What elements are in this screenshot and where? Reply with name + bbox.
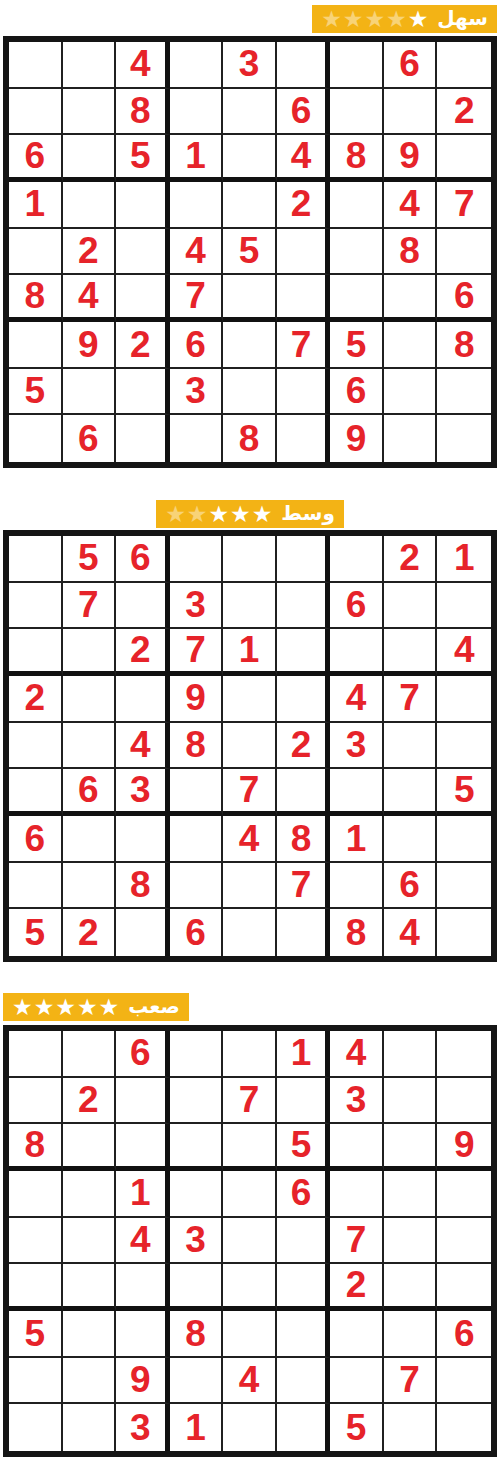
sudoku-cell[interactable] bbox=[63, 369, 117, 416]
sudoku-cell[interactable] bbox=[9, 1264, 63, 1311]
sudoku-cell[interactable] bbox=[437, 1031, 491, 1078]
sudoku-cell: 9 bbox=[116, 1358, 170, 1405]
sudoku-board-easy: 436862651489124724588476926758536689 bbox=[3, 36, 497, 468]
puzzle-hard-section: ★★★★★ صعب 614273859164372586947315 bbox=[0, 993, 500, 1457]
sudoku-cell[interactable] bbox=[63, 863, 117, 910]
sudoku-cell[interactable] bbox=[63, 816, 117, 863]
sudoku-cell: 4 bbox=[277, 135, 331, 182]
sudoku-cell[interactable] bbox=[223, 863, 277, 910]
sudoku-cell[interactable] bbox=[116, 229, 170, 276]
sudoku-cell: 3 bbox=[330, 1078, 384, 1125]
sudoku-cell: 1 bbox=[116, 1171, 170, 1218]
sudoku-cell[interactable] bbox=[170, 1078, 224, 1125]
star-empty-icon: ★ bbox=[343, 8, 364, 31]
sudoku-cell[interactable] bbox=[9, 1171, 63, 1218]
sudoku-cell[interactable] bbox=[384, 723, 438, 770]
sudoku-cell[interactable] bbox=[384, 1171, 438, 1218]
sudoku-cell: 7 bbox=[170, 629, 224, 676]
sudoku-cell[interactable] bbox=[437, 863, 491, 910]
sudoku-cell[interactable] bbox=[63, 42, 117, 89]
sudoku-cell: 8 bbox=[330, 909, 384, 956]
sudoku-cell: 2 bbox=[63, 1078, 117, 1125]
sudoku-cell[interactable] bbox=[437, 816, 491, 863]
star-empty-icon: ★ bbox=[165, 503, 186, 526]
sudoku-cell[interactable] bbox=[63, 1404, 117, 1451]
sudoku-cell[interactable] bbox=[330, 769, 384, 816]
sudoku-cell: 2 bbox=[63, 229, 117, 276]
sudoku-cell[interactable] bbox=[116, 275, 170, 322]
sudoku-cell[interactable] bbox=[330, 275, 384, 322]
sudoku-cell[interactable] bbox=[63, 1264, 117, 1311]
sudoku-cell: 1 bbox=[170, 135, 224, 182]
sudoku-cell[interactable] bbox=[223, 322, 277, 369]
sudoku-cell: 2 bbox=[277, 723, 331, 770]
sudoku-cell: 8 bbox=[277, 816, 331, 863]
sudoku-cell[interactable] bbox=[223, 909, 277, 956]
sudoku-cell[interactable] bbox=[223, 723, 277, 770]
difficulty-label-hard: صعب bbox=[128, 996, 180, 1016]
sudoku-cell: 4 bbox=[437, 629, 491, 676]
star-filled-icon: ★ bbox=[408, 8, 429, 31]
sudoku-cell[interactable] bbox=[116, 816, 170, 863]
sudoku-cell[interactable] bbox=[170, 1358, 224, 1405]
banner-row-easy: ★★★★★ سهل bbox=[0, 5, 500, 33]
sudoku-cell: 1 bbox=[277, 1031, 331, 1078]
sudoku-cell: 8 bbox=[223, 415, 277, 462]
sudoku-cell: 3 bbox=[223, 42, 277, 89]
sudoku-cell: 7 bbox=[63, 583, 117, 630]
difficulty-label-medium: وسط bbox=[281, 503, 335, 523]
sudoku-cell[interactable] bbox=[437, 676, 491, 723]
sudoku-cell[interactable] bbox=[9, 89, 63, 136]
sudoku-cell: 2 bbox=[384, 536, 438, 583]
sudoku-cell: 3 bbox=[170, 1218, 224, 1265]
sudoku-cell: 2 bbox=[437, 89, 491, 136]
star-empty-icon: ★ bbox=[321, 8, 342, 31]
sudoku-cell[interactable] bbox=[384, 1404, 438, 1451]
sudoku-cell: 6 bbox=[9, 816, 63, 863]
sudoku-cell[interactable] bbox=[384, 1124, 438, 1171]
sudoku-cell: 9 bbox=[170, 676, 224, 723]
sudoku-cell: 4 bbox=[116, 1218, 170, 1265]
sudoku-cell[interactable] bbox=[116, 1078, 170, 1125]
sudoku-cell: 3 bbox=[116, 769, 170, 816]
sudoku-cell[interactable] bbox=[330, 629, 384, 676]
sudoku-cell: 4 bbox=[170, 229, 224, 276]
sudoku-cell: 6 bbox=[63, 415, 117, 462]
sudoku-cell[interactable] bbox=[277, 1404, 331, 1451]
puzzle-medium-section: ★★★★★ وسط 562173627142947482363756481876… bbox=[0, 500, 500, 962]
sudoku-cell[interactable] bbox=[384, 816, 438, 863]
sudoku-cell: 4 bbox=[384, 182, 438, 229]
sudoku-cell[interactable] bbox=[437, 369, 491, 416]
sudoku-cell[interactable] bbox=[223, 369, 277, 416]
sudoku-cell: 3 bbox=[170, 583, 224, 630]
sudoku-cell[interactable] bbox=[170, 1171, 224, 1218]
sudoku-cell: 6 bbox=[116, 1031, 170, 1078]
sudoku-cell[interactable] bbox=[63, 1218, 117, 1265]
sudoku-cell: 8 bbox=[384, 229, 438, 276]
sudoku-cell: 8 bbox=[116, 863, 170, 910]
sudoku-cell[interactable] bbox=[330, 1358, 384, 1405]
sudoku-cell[interactable] bbox=[170, 182, 224, 229]
sudoku-cell[interactable] bbox=[9, 863, 63, 910]
sudoku-cell[interactable] bbox=[170, 1264, 224, 1311]
sudoku-cell[interactable] bbox=[384, 1218, 438, 1265]
sudoku-cell[interactable] bbox=[9, 1078, 63, 1125]
sudoku-cell[interactable] bbox=[9, 769, 63, 816]
sudoku-cell: 8 bbox=[116, 89, 170, 136]
sudoku-cell[interactable] bbox=[223, 1264, 277, 1311]
sudoku-cell[interactable] bbox=[63, 182, 117, 229]
star-filled-icon: ★ bbox=[252, 503, 273, 526]
sudoku-cell[interactable] bbox=[437, 1171, 491, 1218]
sudoku-cell: 5 bbox=[223, 229, 277, 276]
sudoku-cell: 6 bbox=[437, 1311, 491, 1358]
sudoku-cell: 4 bbox=[63, 275, 117, 322]
sudoku-cell[interactable] bbox=[223, 1124, 277, 1171]
sudoku-cell[interactable] bbox=[330, 863, 384, 910]
sudoku-cell: 6 bbox=[330, 583, 384, 630]
star-filled-icon: ★ bbox=[34, 996, 55, 1019]
sudoku-cell[interactable] bbox=[223, 536, 277, 583]
sudoku-cell[interactable] bbox=[170, 816, 224, 863]
sudoku-cell[interactable] bbox=[277, 629, 331, 676]
sudoku-cell: 7 bbox=[437, 182, 491, 229]
sudoku-cell[interactable] bbox=[116, 583, 170, 630]
banner-row-medium: ★★★★★ وسط bbox=[0, 500, 500, 528]
sudoku-cell[interactable] bbox=[170, 1031, 224, 1078]
sudoku-cell[interactable] bbox=[9, 1031, 63, 1078]
sudoku-cell[interactable] bbox=[437, 723, 491, 770]
sudoku-cell[interactable] bbox=[437, 1404, 491, 1451]
sudoku-cell: 5 bbox=[63, 536, 117, 583]
difficulty-banner-easy: ★★★★★ سهل bbox=[312, 5, 497, 33]
sudoku-cell[interactable] bbox=[277, 369, 331, 416]
sudoku-cell[interactable] bbox=[116, 1264, 170, 1311]
sudoku-cell[interactable] bbox=[170, 1124, 224, 1171]
sudoku-cell[interactable] bbox=[384, 89, 438, 136]
sudoku-cell[interactable] bbox=[330, 42, 384, 89]
sudoku-cell[interactable] bbox=[384, 275, 438, 322]
star-empty-icon: ★ bbox=[364, 8, 385, 31]
sudoku-cell: 6 bbox=[170, 322, 224, 369]
sudoku-cell[interactable] bbox=[277, 1311, 331, 1358]
sudoku-cell[interactable] bbox=[384, 369, 438, 416]
sudoku-cell: 8 bbox=[9, 275, 63, 322]
sudoku-cell[interactable] bbox=[116, 1311, 170, 1358]
sudoku-cell[interactable] bbox=[223, 1404, 277, 1451]
sudoku-cell[interactable] bbox=[9, 1404, 63, 1451]
sudoku-cell[interactable] bbox=[384, 629, 438, 676]
sudoku-cell[interactable] bbox=[437, 1218, 491, 1265]
sudoku-cell[interactable] bbox=[437, 135, 491, 182]
sudoku-cell: 7 bbox=[330, 1218, 384, 1265]
star-filled-icon: ★ bbox=[12, 996, 33, 1019]
sudoku-cell: 8 bbox=[170, 1311, 224, 1358]
puzzle-easy-section: ★★★★★ سهل 436862651489124724588476926758… bbox=[0, 5, 500, 468]
sudoku-cell: 2 bbox=[116, 629, 170, 676]
sudoku-cell[interactable] bbox=[63, 1311, 117, 1358]
sudoku-cell[interactable] bbox=[9, 629, 63, 676]
sudoku-board-hard: 614273859164372586947315 bbox=[3, 1025, 497, 1457]
sudoku-cell: 2 bbox=[330, 1264, 384, 1311]
sudoku-cell[interactable] bbox=[277, 676, 331, 723]
sudoku-cell[interactable] bbox=[223, 1218, 277, 1265]
sudoku-cell: 8 bbox=[437, 322, 491, 369]
star-filled-icon: ★ bbox=[77, 996, 98, 1019]
difficulty-label-easy: سهل bbox=[437, 8, 488, 28]
sudoku-cell: 1 bbox=[330, 816, 384, 863]
sudoku-cell[interactable] bbox=[223, 135, 277, 182]
sudoku-cell[interactable] bbox=[170, 42, 224, 89]
sudoku-cell[interactable] bbox=[330, 1171, 384, 1218]
sudoku-cell: 5 bbox=[9, 909, 63, 956]
sudoku-cell: 6 bbox=[277, 1171, 331, 1218]
sudoku-cell: 9 bbox=[330, 415, 384, 462]
sudoku-cell[interactable] bbox=[277, 229, 331, 276]
sudoku-cell: 7 bbox=[277, 322, 331, 369]
sudoku-cell: 6 bbox=[170, 909, 224, 956]
sudoku-cell[interactable] bbox=[9, 322, 63, 369]
sudoku-cell[interactable] bbox=[437, 229, 491, 276]
sudoku-cell: 4 bbox=[223, 1358, 277, 1405]
sudoku-cell[interactable] bbox=[223, 1311, 277, 1358]
sudoku-cell[interactable] bbox=[277, 415, 331, 462]
sudoku-cell[interactable] bbox=[170, 536, 224, 583]
sudoku-cell: 3 bbox=[170, 369, 224, 416]
sudoku-cell[interactable] bbox=[223, 275, 277, 322]
sudoku-cell[interactable] bbox=[63, 1171, 117, 1218]
sudoku-cell: 4 bbox=[116, 723, 170, 770]
star-filled-icon: ★ bbox=[99, 996, 120, 1019]
banner-row-hard: ★★★★★ صعب bbox=[0, 993, 500, 1021]
sudoku-cell: 9 bbox=[63, 322, 117, 369]
sudoku-cell: 7 bbox=[384, 1358, 438, 1405]
sudoku-cell[interactable] bbox=[9, 583, 63, 630]
star-empty-icon: ★ bbox=[386, 8, 407, 31]
sudoku-cell: 3 bbox=[330, 723, 384, 770]
sudoku-cell: 9 bbox=[384, 135, 438, 182]
star-filled-icon: ★ bbox=[208, 503, 229, 526]
sudoku-cell: 7 bbox=[384, 676, 438, 723]
sudoku-cell[interactable] bbox=[437, 415, 491, 462]
sudoku-cell: 5 bbox=[277, 1124, 331, 1171]
sudoku-cell[interactable] bbox=[330, 229, 384, 276]
sudoku-cell[interactable] bbox=[437, 1078, 491, 1125]
sudoku-cell[interactable] bbox=[277, 42, 331, 89]
sudoku-cell[interactable] bbox=[170, 769, 224, 816]
star-empty-icon: ★ bbox=[187, 503, 208, 526]
sudoku-cell: 8 bbox=[170, 723, 224, 770]
sudoku-cell[interactable] bbox=[330, 536, 384, 583]
sudoku-cell[interactable] bbox=[277, 1078, 331, 1125]
star-filled-icon: ★ bbox=[55, 996, 76, 1019]
sudoku-board-medium: 56217362714294748236375648187652684 bbox=[3, 530, 497, 962]
sudoku-cell: 2 bbox=[9, 676, 63, 723]
sudoku-cell[interactable] bbox=[277, 275, 331, 322]
sudoku-cell: 1 bbox=[437, 536, 491, 583]
sudoku-cell[interactable] bbox=[277, 1358, 331, 1405]
sudoku-cell[interactable] bbox=[277, 769, 331, 816]
sudoku-cell[interactable] bbox=[116, 909, 170, 956]
sudoku-cell: 7 bbox=[223, 1078, 277, 1125]
sudoku-cell[interactable] bbox=[223, 182, 277, 229]
sudoku-cell: 9 bbox=[437, 1124, 491, 1171]
sudoku-cell: 4 bbox=[223, 816, 277, 863]
sudoku-cell[interactable] bbox=[116, 182, 170, 229]
difficulty-banner-hard: ★★★★★ صعب bbox=[3, 993, 189, 1021]
sudoku-cell[interactable] bbox=[437, 1264, 491, 1311]
sudoku-cell: 2 bbox=[63, 909, 117, 956]
sudoku-cell[interactable] bbox=[9, 42, 63, 89]
sudoku-cell: 6 bbox=[384, 42, 438, 89]
sudoku-cell: 4 bbox=[330, 1031, 384, 1078]
sudoku-cell[interactable] bbox=[437, 583, 491, 630]
sudoku-cell[interactable] bbox=[63, 135, 117, 182]
sudoku-cell[interactable] bbox=[384, 415, 438, 462]
sudoku-cell[interactable] bbox=[384, 1031, 438, 1078]
sudoku-cell[interactable] bbox=[277, 909, 331, 956]
sudoku-cell[interactable] bbox=[384, 583, 438, 630]
sudoku-cell[interactable] bbox=[330, 1124, 384, 1171]
star-filled-icon: ★ bbox=[230, 503, 251, 526]
sudoku-cell: 2 bbox=[116, 322, 170, 369]
sudoku-cell[interactable] bbox=[277, 1264, 331, 1311]
stars-easy: ★★★★★ bbox=[321, 8, 428, 31]
sudoku-cell: 4 bbox=[384, 909, 438, 956]
sudoku-cell[interactable] bbox=[63, 723, 117, 770]
sudoku-cell: 6 bbox=[277, 89, 331, 136]
sudoku-cell: 4 bbox=[116, 42, 170, 89]
sudoku-cell: 1 bbox=[9, 182, 63, 229]
sudoku-cell: 5 bbox=[330, 1404, 384, 1451]
sudoku-cell: 7 bbox=[223, 769, 277, 816]
sudoku-cell: 5 bbox=[116, 135, 170, 182]
sudoku-cell[interactable] bbox=[223, 89, 277, 136]
sudoku-cell[interactable] bbox=[170, 863, 224, 910]
sudoku-cell[interactable] bbox=[63, 89, 117, 136]
sudoku-cell: 5 bbox=[330, 322, 384, 369]
stars-hard: ★★★★★ bbox=[12, 996, 119, 1019]
sudoku-cell[interactable] bbox=[277, 536, 331, 583]
sudoku-cell[interactable] bbox=[63, 1124, 117, 1171]
sudoku-cell[interactable] bbox=[9, 1358, 63, 1405]
sudoku-cell: 1 bbox=[223, 629, 277, 676]
sudoku-cell[interactable] bbox=[384, 769, 438, 816]
sudoku-cell[interactable] bbox=[223, 583, 277, 630]
sudoku-cell[interactable] bbox=[9, 415, 63, 462]
sudoku-cell: 5 bbox=[9, 369, 63, 416]
sudoku-cell[interactable] bbox=[384, 1078, 438, 1125]
sudoku-cell[interactable] bbox=[116, 369, 170, 416]
sudoku-cell[interactable] bbox=[170, 415, 224, 462]
sudoku-cell: 1 bbox=[170, 1404, 224, 1451]
sudoku-cell: 4 bbox=[330, 676, 384, 723]
sudoku-cell[interactable] bbox=[277, 583, 331, 630]
sudoku-cell[interactable] bbox=[9, 536, 63, 583]
sudoku-cell: 7 bbox=[170, 275, 224, 322]
sudoku-cell: 7 bbox=[277, 863, 331, 910]
sudoku-cell: 6 bbox=[63, 769, 117, 816]
sudoku-cell: 8 bbox=[9, 1124, 63, 1171]
sudoku-cell[interactable] bbox=[330, 1311, 384, 1358]
sudoku-cell[interactable] bbox=[9, 1218, 63, 1265]
sudoku-cell[interactable] bbox=[116, 415, 170, 462]
sudoku-cell[interactable] bbox=[116, 676, 170, 723]
sudoku-cell[interactable] bbox=[437, 42, 491, 89]
sudoku-cell[interactable] bbox=[223, 1171, 277, 1218]
sudoku-cell: 6 bbox=[116, 536, 170, 583]
stars-medium: ★★★★★ bbox=[165, 503, 272, 526]
difficulty-banner-medium: ★★★★★ وسط bbox=[156, 500, 344, 528]
sudoku-cell: 6 bbox=[330, 369, 384, 416]
sudoku-cell: 8 bbox=[330, 135, 384, 182]
sudoku-cell[interactable] bbox=[437, 909, 491, 956]
sudoku-cell[interactable] bbox=[384, 322, 438, 369]
sudoku-cell[interactable] bbox=[330, 182, 384, 229]
sudoku-cell[interactable] bbox=[9, 229, 63, 276]
sudoku-cell[interactable] bbox=[170, 89, 224, 136]
sudoku-cell[interactable] bbox=[330, 89, 384, 136]
sudoku-cell[interactable] bbox=[223, 676, 277, 723]
sudoku-cell[interactable] bbox=[9, 723, 63, 770]
sudoku-cell[interactable] bbox=[63, 676, 117, 723]
sudoku-cell[interactable] bbox=[223, 1031, 277, 1078]
sudoku-cell[interactable] bbox=[384, 1264, 438, 1311]
sudoku-cell: 6 bbox=[384, 863, 438, 910]
sudoku-cell: 3 bbox=[116, 1404, 170, 1451]
sudoku-cell[interactable] bbox=[384, 1311, 438, 1358]
sudoku-cell[interactable] bbox=[63, 629, 117, 676]
sudoku-cell: 5 bbox=[9, 1311, 63, 1358]
sudoku-cell: 6 bbox=[437, 275, 491, 322]
sudoku-cell: 6 bbox=[9, 135, 63, 182]
sudoku-cell[interactable] bbox=[116, 1124, 170, 1171]
sudoku-cell[interactable] bbox=[437, 1358, 491, 1405]
sudoku-cell[interactable] bbox=[63, 1031, 117, 1078]
sudoku-cell[interactable] bbox=[63, 1358, 117, 1405]
sudoku-cell: 2 bbox=[277, 182, 331, 229]
sudoku-cell: 5 bbox=[437, 769, 491, 816]
sudoku-cell[interactable] bbox=[277, 1218, 331, 1265]
